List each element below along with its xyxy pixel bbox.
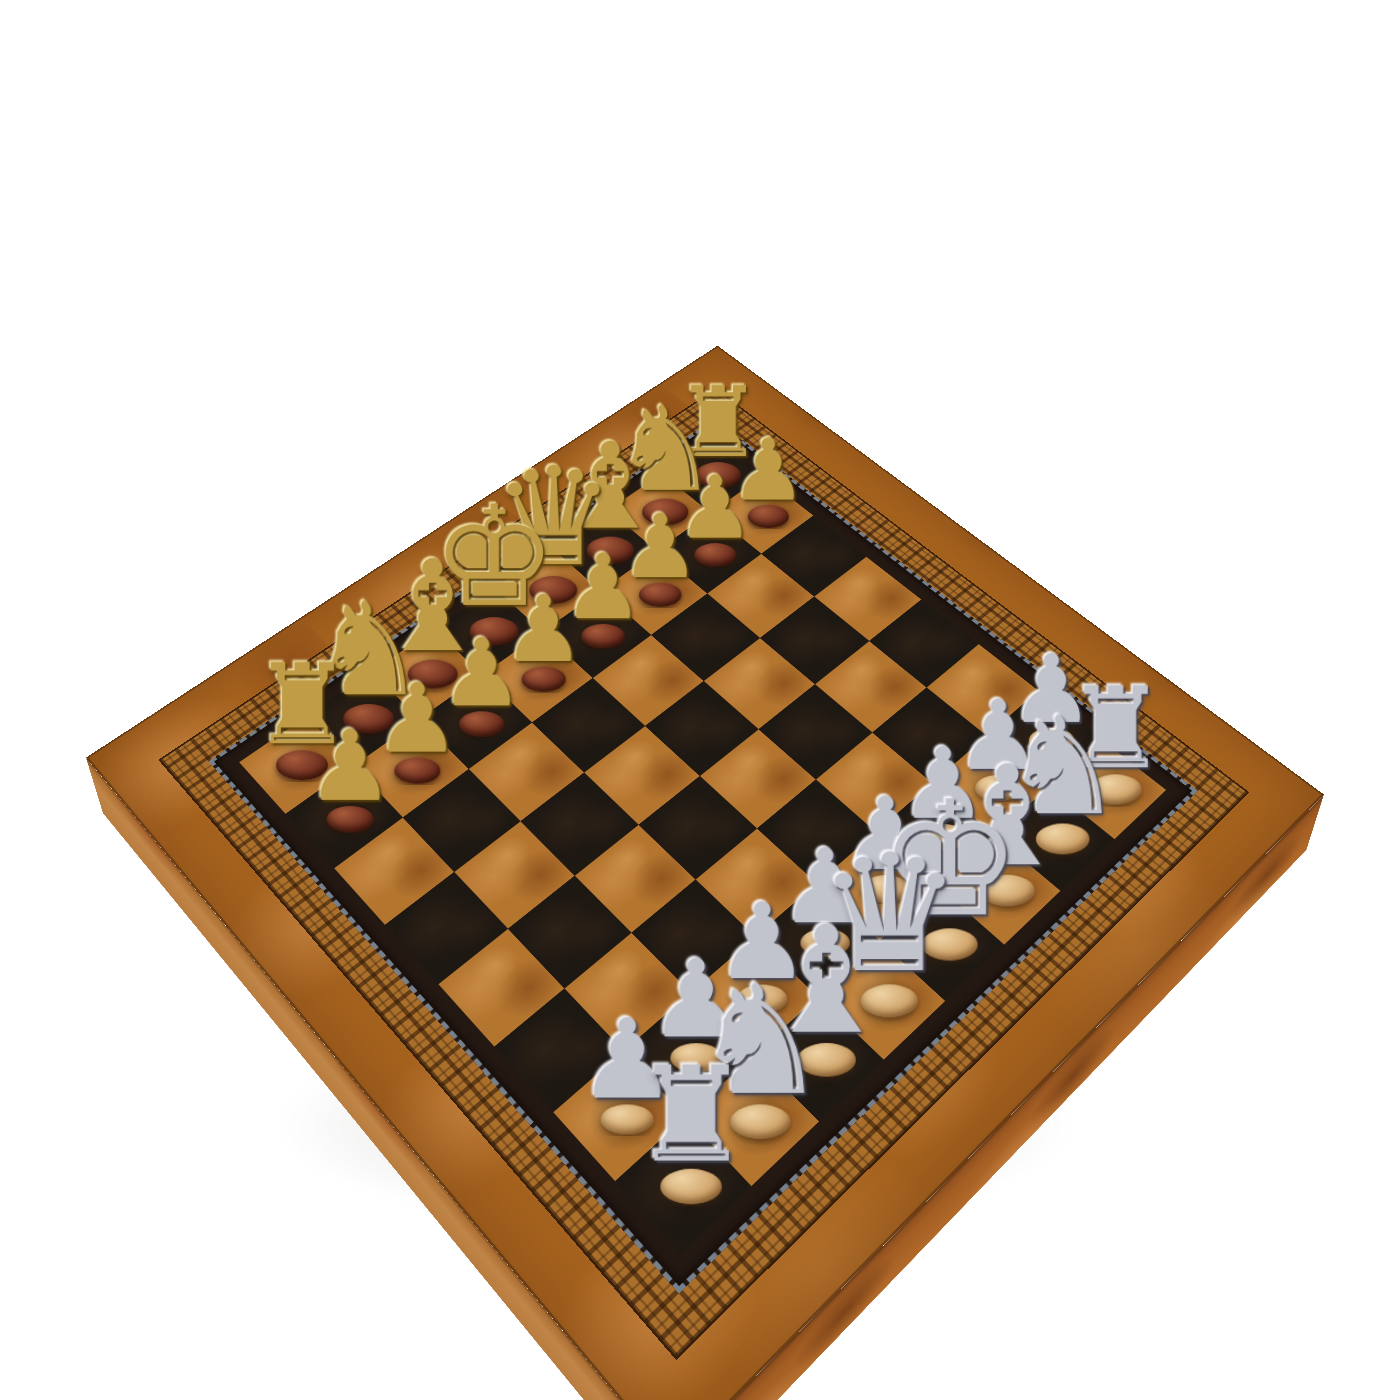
gold-pawn-icon: ♟: [306, 720, 394, 813]
square-a6: [334, 818, 454, 925]
piece-silver-rook-a1: ♜: [632, 1051, 751, 1204]
silver-rook-icon: ♜: [632, 1051, 751, 1177]
product-photo-scene[interactable]: ♜♞♝♚♛♝♞♜♟♟♟♟♟♟♟♟♟♟♟♟♟♟♟♟♜♞♝♛♚♝♞♜: [0, 0, 1400, 1400]
piece-gold-pawn-a7: ♟: [306, 720, 394, 832]
